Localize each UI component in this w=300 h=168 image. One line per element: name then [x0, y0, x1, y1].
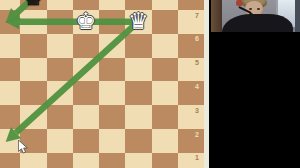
rank-label-6: 6	[195, 35, 199, 42]
streamer-eye-right	[257, 8, 260, 10]
webcam-window-frame	[295, 0, 300, 32]
piece-black-king[interactable]: ♚	[23, 0, 44, 9]
rank-label-1: 1	[195, 154, 199, 161]
webcam-furniture	[211, 0, 222, 32]
board-inner: ♚♚♛ 87654321	[0, 0, 204, 168]
chess-board[interactable]: ♚♚♛ 87654321	[0, 0, 204, 168]
mouse-cursor	[18, 140, 29, 154]
piece-white-king[interactable]: ♚	[76, 9, 97, 32]
webcam-video	[211, 0, 300, 32]
stream-frame: ♚♚♛ 87654321	[0, 0, 300, 168]
rank-label-2: 2	[195, 131, 199, 138]
arrow-layer	[0, 0, 204, 168]
board-border	[204, 0, 209, 168]
streamer-eye-left	[249, 8, 252, 10]
piece-white-queen[interactable]: ♛	[128, 9, 149, 32]
rank-label-3: 3	[195, 107, 199, 114]
rank-label-5: 5	[195, 59, 199, 66]
arrow-shaft-f7-a2	[16, 22, 138, 133]
rank-label-7: 7	[195, 12, 199, 19]
rank-label-4: 4	[195, 83, 199, 90]
streamer-torso	[222, 14, 293, 32]
